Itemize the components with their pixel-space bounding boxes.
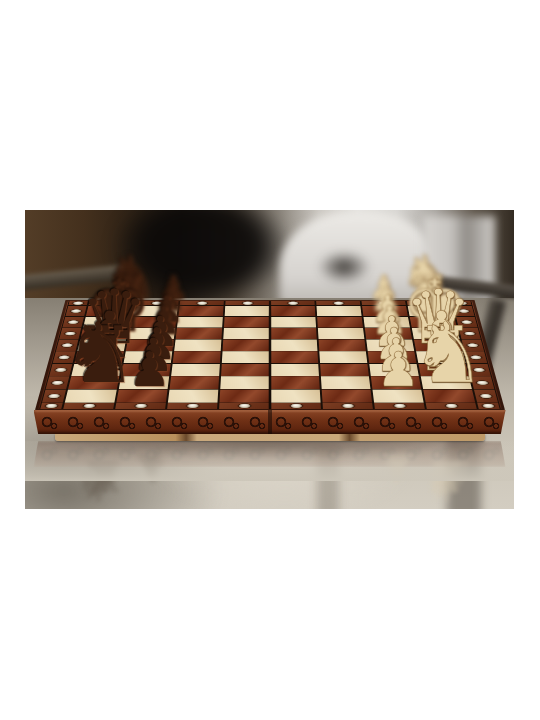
square-a1 [423,390,475,403]
border-cell [68,301,87,305]
square-f1 [411,328,459,339]
square-a6 [167,390,217,403]
square-g6 [177,317,223,328]
medallion-inlay-icon [456,301,467,304]
square-e1 [413,340,462,351]
medallion-inlay-icon [242,301,252,304]
border-cell [49,364,72,376]
square-f8 [80,328,128,339]
medallion-inlay-icon [341,404,352,409]
border-cell [322,403,372,409]
border-cell [361,301,405,305]
square-g1 [409,317,456,328]
square-g4 [270,317,315,328]
medallion-inlay-icon [48,394,60,398]
border-cell [461,340,483,351]
border-cell [464,351,487,363]
medallion-inlay-icon [473,368,485,372]
medallion-inlay-icon [45,404,57,409]
border-cell [59,328,81,339]
medallion-inlay-icon [476,381,488,385]
square-h4 [270,306,314,316]
medallion-inlay-icon [445,404,457,409]
border-cell [40,403,62,409]
square-b5 [220,376,269,389]
medallion-inlay-icon [464,332,475,336]
border-cell [470,376,494,389]
square-c2 [369,364,419,376]
square-d3 [319,351,367,363]
square-d5 [221,351,268,363]
front-edge-seam [268,410,272,434]
square-a3 [321,390,371,403]
border-cell [452,301,471,305]
border-cell [425,403,476,409]
square-a2 [372,390,423,403]
board-shadow-on-glass [45,438,495,460]
medallion-inlay-icon [333,301,343,304]
square-e2 [366,340,414,351]
screenshot: ♞♜♟♟♟♟♞♜ ♞♜♝♛♚♝♜♞♟♟♟♟♟♟♟♟♟♟♟♟♟♟♟♟♞♜♝♛♚♝♜… [0,0,540,720]
square-a4 [270,390,320,403]
board-bottom-lip [55,434,485,441]
medallion-inlay-icon [82,404,94,409]
square-c1 [418,364,468,376]
square-e8 [77,340,126,351]
square-h8 [85,306,131,316]
square-h7 [132,306,178,316]
medallion-inlay-icon [290,404,301,409]
square-g3 [317,317,363,328]
square-e4 [270,340,317,351]
square-d1 [416,351,465,363]
square-h5 [224,306,268,316]
border-cell [473,390,497,403]
medallion-inlay-icon [151,301,161,304]
square-b2 [370,376,420,389]
border-cell [42,390,66,403]
border-cell [458,328,480,339]
square-b6 [169,376,219,389]
square-g2 [363,317,409,328]
border-cell [467,364,490,376]
border-cell [225,301,269,305]
medallion-inlay-icon [70,309,81,313]
medallion-inlay-icon [479,394,491,398]
square-f7 [127,328,174,339]
medallion-inlay-icon [461,320,472,324]
medallion-inlay-icon [393,404,405,409]
border-cell [270,301,314,305]
border-cell [219,403,269,409]
square-c3 [320,364,369,376]
border-cell [88,301,133,305]
square-c4 [270,364,318,376]
medallion-inlay-icon [378,301,388,304]
square-e5 [222,340,269,351]
medallion-inlay-icon [105,301,115,304]
border-cell [52,351,75,363]
medallion-inlay-icon [458,309,469,313]
square-e6 [174,340,221,351]
border-cell [406,301,451,305]
medallion-inlay-icon [482,404,494,409]
medallion-inlay-icon [64,332,75,336]
border-cell [167,403,217,409]
border-cell [455,317,477,328]
chessboard [35,263,505,410]
square-d7 [123,351,172,363]
square-g8 [83,317,130,328]
border-cell [374,403,425,409]
border-cell [45,376,69,389]
square-c5 [221,364,269,376]
square-c7 [121,364,171,376]
medallion-inlay-icon [196,301,206,304]
border-cell [179,301,223,305]
medallion-inlay-icon [134,404,146,409]
medallion-inlay-icon [51,381,63,385]
medallion-inlay-icon [238,404,249,409]
square-h6 [178,306,223,316]
square-e7 [125,340,173,351]
medallion-inlay-icon [61,343,72,347]
square-f6 [175,328,222,339]
border-cell [56,340,78,351]
square-h2 [362,306,408,316]
medallion-inlay-icon [55,368,67,372]
medallion-inlay-icon [467,343,478,347]
border-cell [453,306,474,316]
square-c8 [71,364,121,376]
square-b7 [118,376,168,389]
square-f3 [317,328,364,339]
square-d6 [172,351,220,363]
square-b8 [68,376,119,389]
square-f2 [364,328,411,339]
square-d4 [270,351,317,363]
border-cell [134,301,178,305]
square-g5 [223,317,268,328]
square-h3 [316,306,361,316]
square-c6 [171,364,220,376]
border-cell [65,306,86,316]
border-cell [316,301,360,305]
square-f4 [270,328,316,339]
border-cell [63,403,114,409]
square-a7 [116,390,167,403]
square-b3 [320,376,370,389]
border-cell [115,403,166,409]
board-folding-seam [268,301,271,409]
square-b1 [420,376,471,389]
medallion-inlay-icon [423,301,433,304]
border-cell [62,317,84,328]
board-frame [35,300,505,410]
medallion-inlay-icon [186,404,197,409]
border-cell [477,403,499,409]
square-g7 [130,317,176,328]
square-a8 [64,390,116,403]
medallion-inlay-icon [72,301,83,304]
square-e3 [318,340,365,351]
square-h1 [407,306,453,316]
border-cell [270,403,320,409]
carved-front-edge [34,410,506,434]
medallion-inlay-icon [58,355,69,359]
square-b4 [270,376,319,389]
square-f5 [223,328,269,339]
square-a5 [219,390,269,403]
chess-set-photo: ♞♜♟♟♟♟♞♜ ♞♜♝♛♚♝♜♞♟♟♟♟♟♟♟♟♟♟♟♟♟♟♟♟♞♜♝♛♚♝♜… [25,210,514,509]
square-d2 [367,351,416,363]
medallion-inlay-icon [470,355,481,359]
medallion-inlay-icon [287,301,297,304]
square-d8 [74,351,123,363]
medallion-inlay-icon [67,320,78,324]
